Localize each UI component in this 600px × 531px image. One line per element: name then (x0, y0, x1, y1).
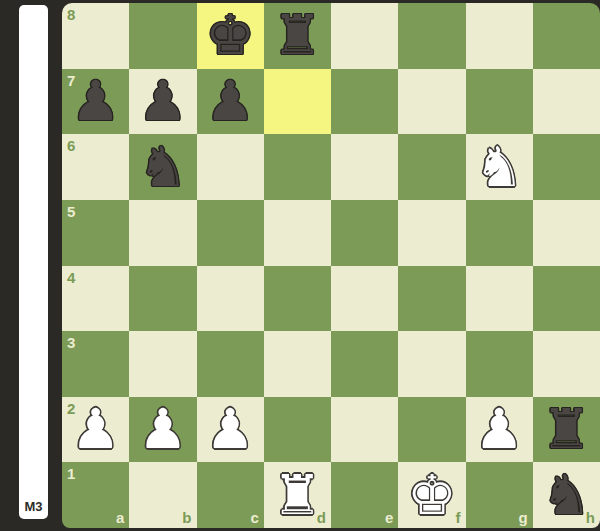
file-label-a: a (116, 510, 124, 525)
square-g7[interactable] (466, 69, 533, 135)
square-a3[interactable]: 3 (62, 331, 129, 397)
square-f7[interactable] (398, 69, 465, 135)
square-b5[interactable] (129, 200, 196, 266)
file-label-c: c (250, 510, 258, 525)
square-b4[interactable] (129, 266, 196, 332)
square-g2[interactable]: ♟ (466, 397, 533, 463)
evaluation-bar: M3 (19, 5, 48, 519)
square-c4[interactable] (197, 266, 264, 332)
square-e8[interactable] (331, 3, 398, 69)
square-f8[interactable] (398, 3, 465, 69)
square-b6[interactable]: ♞ (129, 134, 196, 200)
square-a1[interactable]: 1a (62, 462, 129, 528)
black-pawn[interactable]: ♟ (129, 69, 196, 135)
square-a8[interactable]: 8 (62, 3, 129, 69)
black-knight[interactable]: ♞ (129, 134, 196, 200)
square-a6[interactable]: 6 (62, 134, 129, 200)
square-h3[interactable] (533, 331, 600, 397)
square-h7[interactable] (533, 69, 600, 135)
white-rook[interactable]: ♜ (264, 462, 331, 528)
square-c8[interactable]: ♚ (197, 3, 264, 69)
black-knight[interactable]: ♞ (533, 462, 600, 528)
rank-label-1: 1 (67, 466, 75, 481)
square-a5[interactable]: 5 (62, 200, 129, 266)
rank-label-5: 5 (67, 204, 75, 219)
square-d6[interactable] (264, 134, 331, 200)
black-rook[interactable]: ♜ (264, 3, 331, 69)
rank-label-8: 8 (67, 7, 75, 22)
square-c7[interactable]: ♟ (197, 69, 264, 135)
square-d5[interactable] (264, 200, 331, 266)
file-label-b: b (182, 510, 191, 525)
square-e2[interactable] (331, 397, 398, 463)
square-h1[interactable]: h♞ (533, 462, 600, 528)
square-e6[interactable] (331, 134, 398, 200)
file-label-e: e (385, 510, 393, 525)
square-c3[interactable] (197, 331, 264, 397)
square-d7[interactable] (264, 69, 331, 135)
rank-label-6: 6 (67, 138, 75, 153)
square-f5[interactable] (398, 200, 465, 266)
square-h5[interactable] (533, 200, 600, 266)
square-e5[interactable] (331, 200, 398, 266)
square-b2[interactable]: ♟ (129, 397, 196, 463)
square-f6[interactable] (398, 134, 465, 200)
rank-label-4: 4 (67, 270, 75, 285)
square-h6[interactable] (533, 134, 600, 200)
square-g4[interactable] (466, 266, 533, 332)
white-king[interactable]: ♚ (398, 462, 465, 528)
file-label-g: g (519, 510, 528, 525)
square-a4[interactable]: 4 (62, 266, 129, 332)
square-c5[interactable] (197, 200, 264, 266)
square-f2[interactable] (398, 397, 465, 463)
square-g3[interactable] (466, 331, 533, 397)
black-king[interactable]: ♚ (197, 3, 264, 69)
square-g1[interactable]: g (466, 462, 533, 528)
square-c6[interactable] (197, 134, 264, 200)
white-pawn[interactable]: ♟ (466, 397, 533, 463)
black-pawn[interactable]: ♟ (197, 69, 264, 135)
square-b7[interactable]: ♟ (129, 69, 196, 135)
square-e7[interactable] (331, 69, 398, 135)
black-pawn[interactable]: ♟ (62, 69, 129, 135)
white-pawn[interactable]: ♟ (197, 397, 264, 463)
square-f4[interactable] (398, 266, 465, 332)
square-e3[interactable] (331, 331, 398, 397)
square-d8[interactable]: ♜ (264, 3, 331, 69)
square-c2[interactable]: ♟ (197, 397, 264, 463)
evaluation-label: M3 (19, 499, 48, 514)
square-b8[interactable] (129, 3, 196, 69)
square-h4[interactable] (533, 266, 600, 332)
square-a2[interactable]: 2♟ (62, 397, 129, 463)
square-g8[interactable] (466, 3, 533, 69)
square-b1[interactable]: b (129, 462, 196, 528)
square-d3[interactable] (264, 331, 331, 397)
square-b3[interactable] (129, 331, 196, 397)
white-knight[interactable]: ♞ (466, 134, 533, 200)
black-rook[interactable]: ♜ (533, 397, 600, 463)
square-h8[interactable] (533, 3, 600, 69)
square-c1[interactable]: c (197, 462, 264, 528)
white-pawn[interactable]: ♟ (129, 397, 196, 463)
square-e1[interactable]: e (331, 462, 398, 528)
white-pawn[interactable]: ♟ (62, 397, 129, 463)
square-d1[interactable]: d♜ (264, 462, 331, 528)
square-h2[interactable]: ♜ (533, 397, 600, 463)
rank-label-3: 3 (67, 335, 75, 350)
square-a7[interactable]: 7♟ (62, 69, 129, 135)
square-d4[interactable] (264, 266, 331, 332)
square-f3[interactable] (398, 331, 465, 397)
square-e4[interactable] (331, 266, 398, 332)
square-g6[interactable]: ♞ (466, 134, 533, 200)
chess-board: 8♚♜7♟♟♟6♞♞5432♟♟♟♟♜1abcd♜ef♚gh♞ (62, 3, 600, 528)
square-d2[interactable] (264, 397, 331, 463)
square-f1[interactable]: f♚ (398, 462, 465, 528)
square-g5[interactable] (466, 200, 533, 266)
